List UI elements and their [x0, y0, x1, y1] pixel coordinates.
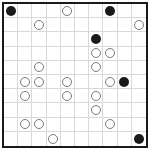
cell-r6c3[interactable]: [32, 75, 46, 89]
cell-r8c6[interactable]: [75, 103, 89, 117]
cell-r7c1[interactable]: [4, 89, 18, 103]
cell-r4c3[interactable]: [32, 47, 46, 61]
cell-r1c8[interactable]: [103, 4, 117, 18]
cell-r5c6[interactable]: [75, 61, 89, 75]
cell-r9c8[interactable]: [103, 118, 117, 132]
black-pearl: [105, 6, 115, 16]
cell-r3c7[interactable]: [89, 32, 103, 46]
white-pearl: [105, 48, 115, 58]
cell-r5c5[interactable]: [61, 61, 75, 75]
cell-r8c10[interactable]: [132, 103, 146, 117]
cell-r10c6[interactable]: [75, 132, 89, 146]
cell-r9c9[interactable]: [118, 118, 132, 132]
cell-r3c9[interactable]: [118, 32, 132, 46]
cell-r3c10[interactable]: [132, 32, 146, 46]
puzzle-page: [0, 0, 150, 150]
cell-r10c4[interactable]: [47, 132, 61, 146]
cell-r1c2[interactable]: [18, 4, 32, 18]
white-pearl: [91, 48, 101, 58]
cell-r5c10[interactable]: [132, 61, 146, 75]
cell-r1c9[interactable]: [118, 4, 132, 18]
cell-r5c9[interactable]: [118, 61, 132, 75]
white-pearl: [20, 119, 30, 129]
cell-r2c2[interactable]: [18, 18, 32, 32]
cell-r6c9[interactable]: [118, 75, 132, 89]
cell-r7c4[interactable]: [47, 89, 61, 103]
cell-r8c5[interactable]: [61, 103, 75, 117]
cell-r9c7[interactable]: [89, 118, 103, 132]
cell-r2c10[interactable]: [132, 18, 146, 32]
white-pearl: [62, 91, 72, 101]
cell-r7c10[interactable]: [132, 89, 146, 103]
cell-r4c10[interactable]: [132, 47, 146, 61]
white-pearl: [34, 119, 44, 129]
cell-r6c10[interactable]: [132, 75, 146, 89]
white-pearl: [34, 77, 44, 87]
cell-r9c5[interactable]: [61, 118, 75, 132]
cell-r1c10[interactable]: [132, 4, 146, 18]
cell-r9c10[interactable]: [132, 118, 146, 132]
cell-r3c3[interactable]: [32, 32, 46, 46]
cell-r4c5[interactable]: [61, 47, 75, 61]
cell-r3c4[interactable]: [47, 32, 61, 46]
cell-r5c7[interactable]: [89, 61, 103, 75]
cell-r2c6[interactable]: [75, 18, 89, 32]
cell-r9c1[interactable]: [4, 118, 18, 132]
white-pearl: [91, 91, 101, 101]
cell-r8c9[interactable]: [118, 103, 132, 117]
cell-r5c2[interactable]: [18, 61, 32, 75]
cell-r1c3[interactable]: [32, 4, 46, 18]
cell-r6c8[interactable]: [103, 75, 117, 89]
cell-r1c6[interactable]: [75, 4, 89, 18]
cell-r9c4[interactable]: [47, 118, 61, 132]
cell-r2c7[interactable]: [89, 18, 103, 32]
cell-r3c6[interactable]: [75, 32, 89, 46]
cell-r2c3[interactable]: [32, 18, 46, 32]
white-pearl: [34, 62, 44, 72]
cell-r10c2[interactable]: [18, 132, 32, 146]
black-pearl: [91, 34, 101, 44]
cell-r5c1[interactable]: [4, 61, 18, 75]
cell-r3c5[interactable]: [61, 32, 75, 46]
white-pearl: [48, 134, 58, 144]
masyu-board: [2, 2, 148, 148]
cell-r3c1[interactable]: [4, 32, 18, 46]
cell-r1c1[interactable]: [4, 4, 18, 18]
cell-r6c1[interactable]: [4, 75, 18, 89]
cell-r8c7[interactable]: [89, 103, 103, 117]
white-pearl: [62, 6, 72, 16]
cell-r10c3[interactable]: [32, 132, 46, 146]
cell-r1c7[interactable]: [89, 4, 103, 18]
cell-r1c4[interactable]: [47, 4, 61, 18]
black-pearl: [6, 6, 16, 16]
white-pearl: [91, 105, 101, 115]
cell-r3c8[interactable]: [103, 32, 117, 46]
white-pearl: [91, 62, 101, 72]
cell-r10c7[interactable]: [89, 132, 103, 146]
cell-r4c4[interactable]: [47, 47, 61, 61]
black-pearl: [119, 77, 129, 87]
white-pearl: [34, 20, 44, 30]
cell-r2c9[interactable]: [118, 18, 132, 32]
cell-r10c10[interactable]: [132, 132, 146, 146]
cell-r5c8[interactable]: [103, 61, 117, 75]
cell-r9c6[interactable]: [75, 118, 89, 132]
cell-r7c7[interactable]: [89, 89, 103, 103]
cell-r8c4[interactable]: [47, 103, 61, 117]
cell-r8c8[interactable]: [103, 103, 117, 117]
cell-r2c8[interactable]: [103, 18, 117, 32]
cell-r6c4[interactable]: [47, 75, 61, 89]
cell-r3c2[interactable]: [18, 32, 32, 46]
cell-r9c2[interactable]: [18, 118, 32, 132]
cell-r10c9[interactable]: [118, 132, 132, 146]
cell-r2c5[interactable]: [61, 18, 75, 32]
cell-r5c3[interactable]: [32, 61, 46, 75]
white-pearl: [105, 77, 115, 87]
cell-r8c1[interactable]: [4, 103, 18, 117]
cell-r7c6[interactable]: [75, 89, 89, 103]
cell-r7c5[interactable]: [61, 89, 75, 103]
cell-r8c3[interactable]: [32, 103, 46, 117]
cell-r4c2[interactable]: [18, 47, 32, 61]
cell-r8c2[interactable]: [18, 103, 32, 117]
cell-r6c2[interactable]: [18, 75, 32, 89]
white-pearl: [20, 91, 30, 101]
cell-r6c5[interactable]: [61, 75, 75, 89]
cell-r2c1[interactable]: [4, 18, 18, 32]
cell-r10c1[interactable]: [4, 132, 18, 146]
cell-r1c5[interactable]: [61, 4, 75, 18]
cell-r4c8[interactable]: [103, 47, 117, 61]
cell-r2c4[interactable]: [47, 18, 61, 32]
white-pearl: [134, 20, 144, 30]
cell-r6c7[interactable]: [89, 75, 103, 89]
cell-r4c1[interactable]: [4, 47, 18, 61]
cell-r5c4[interactable]: [47, 61, 61, 75]
white-pearl: [62, 77, 72, 87]
cell-r10c8[interactable]: [103, 132, 117, 146]
white-pearl: [105, 119, 115, 129]
cell-r4c9[interactable]: [118, 47, 132, 61]
cell-r7c9[interactable]: [118, 89, 132, 103]
cell-r4c7[interactable]: [89, 47, 103, 61]
cell-r7c2[interactable]: [18, 89, 32, 103]
black-pearl: [134, 134, 144, 144]
cell-r7c3[interactable]: [32, 89, 46, 103]
white-pearl: [20, 77, 30, 87]
cell-r9c3[interactable]: [32, 118, 46, 132]
cell-r6c6[interactable]: [75, 75, 89, 89]
cell-r7c8[interactable]: [103, 89, 117, 103]
cell-r10c5[interactable]: [61, 132, 75, 146]
cell-r4c6[interactable]: [75, 47, 89, 61]
